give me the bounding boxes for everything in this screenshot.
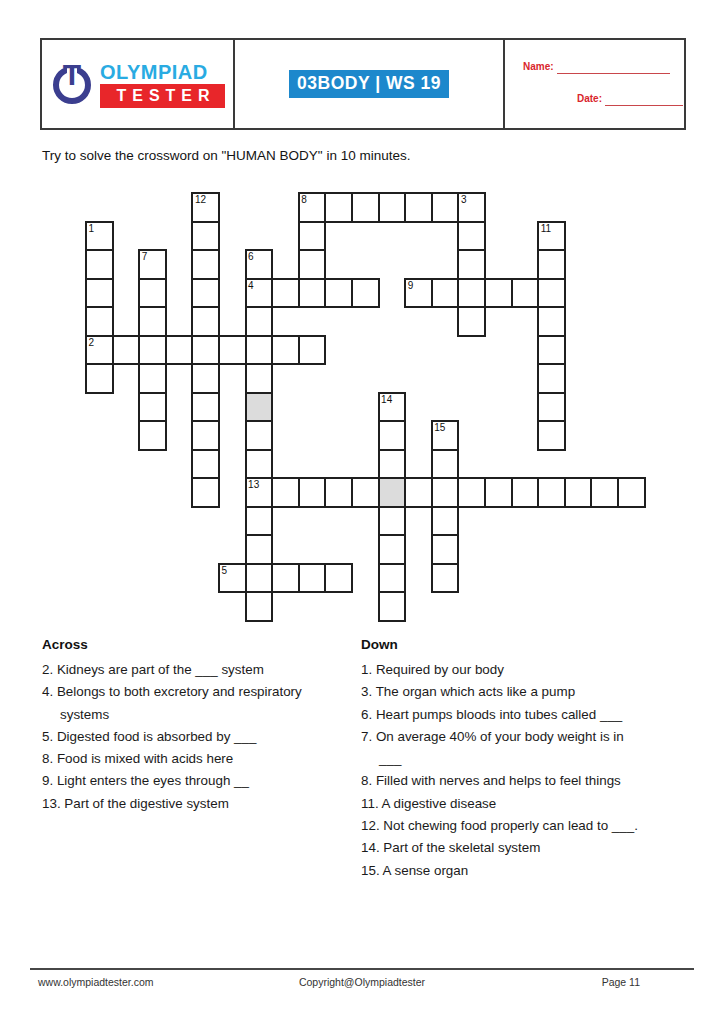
- crossword-cell[interactable]: [537, 477, 566, 508]
- crossword-cell[interactable]: [271, 335, 300, 366]
- clue-number-8: 8: [301, 195, 307, 205]
- brand-name-bottom: TESTER: [100, 84, 225, 108]
- date-input-line[interactable]: [605, 96, 683, 106]
- across-clues: Across 2. Kidneys are part of the ___ sy…: [42, 637, 350, 815]
- clue-across-5: 5. Digested food is absorbed by ___: [42, 726, 350, 748]
- crossword-cell[interactable]: [378, 506, 407, 537]
- crossword-cell[interactable]: [564, 477, 593, 508]
- crossword-cell[interactable]: [590, 477, 619, 508]
- clue-number-3: 3: [461, 195, 467, 205]
- crossword-cell[interactable]: [271, 477, 300, 508]
- crossword-cell[interactable]: [245, 420, 274, 451]
- name-input-line[interactable]: [557, 64, 670, 74]
- clue-down-14: 14. Part of the skeletal system: [361, 837, 703, 859]
- crossword-cell[interactable]: [351, 477, 380, 508]
- crossword-cell[interactable]: [378, 420, 407, 451]
- crossword-cell-shaded[interactable]: [378, 477, 407, 508]
- crossword-cell-shaded[interactable]: [245, 392, 274, 423]
- crossword-cell[interactable]: [378, 534, 407, 565]
- date-field: Date:: [577, 88, 683, 106]
- crossword-cell[interactable]: [324, 278, 353, 309]
- crossword-cell[interactable]: [457, 249, 486, 280]
- title-section: 03BODY | WS 19: [235, 40, 505, 128]
- brand-name-top: OLYMPIAD: [100, 61, 225, 83]
- clue-across-4: 4. Belongs to both excretory and respira…: [42, 681, 350, 726]
- crossword-cell[interactable]: [298, 477, 327, 508]
- crossword-cell[interactable]: [537, 278, 566, 309]
- clue-down-6: 6. Heart pumps bloods into tubes called …: [361, 704, 703, 726]
- clue-down-8: 8. Filled with nerves and helps to feel …: [361, 770, 703, 792]
- crossword-cell[interactable]: [431, 278, 460, 309]
- crossword-cell[interactable]: [138, 306, 167, 337]
- instruction-text: Try to solve the crossword on "HUMAN BOD…: [42, 148, 410, 163]
- footer-divider: [30, 968, 694, 970]
- footer-page-number: Page 11: [602, 976, 640, 988]
- crossword-cell[interactable]: [191, 306, 220, 337]
- clue-down-1: 1. Required by our body: [361, 659, 703, 681]
- crossword-cell[interactable]: [457, 278, 486, 309]
- crossword-cell[interactable]: [218, 335, 247, 366]
- crossword-cell[interactable]: [431, 506, 460, 537]
- crossword-cell[interactable]: [191, 477, 220, 508]
- clue-across-2: 2. Kidneys are part of the ___ system: [42, 659, 350, 681]
- crossword-cell[interactable]: [537, 420, 566, 451]
- crossword-cell[interactable]: [431, 449, 460, 480]
- crossword-cell[interactable]: [271, 278, 300, 309]
- header: T OLYMPIAD TESTER 03BODY | WS 19 Name: D…: [40, 38, 686, 130]
- crossword-cell[interactable]: [324, 477, 353, 508]
- crossword-cell[interactable]: [298, 221, 327, 252]
- clue-across-8: 8. Food is mixed with acids here: [42, 748, 350, 770]
- crossword-cell[interactable]: [191, 420, 220, 451]
- crossword-cell[interactable]: [431, 192, 460, 223]
- crossword-cell[interactable]: [112, 335, 141, 366]
- crossword-cell[interactable]: [138, 363, 167, 394]
- crossword-cell[interactable]: [537, 335, 566, 366]
- crossword-cell[interactable]: [298, 278, 327, 309]
- crossword-cell[interactable]: [191, 335, 220, 366]
- crossword-cell[interactable]: [378, 563, 407, 594]
- clue-across-13: 13. Part of the digestive system: [42, 793, 350, 815]
- clue-number-9: 9: [408, 281, 414, 291]
- crossword-cell[interactable]: [431, 563, 460, 594]
- clue-number-5: 5: [222, 566, 228, 576]
- crossword-cell[interactable]: [245, 563, 274, 594]
- date-label: Date:: [577, 93, 602, 104]
- crossword-cell[interactable]: [245, 363, 274, 394]
- worksheet-title: 03BODY | WS 19: [289, 70, 449, 98]
- across-clues-list: 2. Kidneys are part of the ___ system4. …: [42, 659, 350, 815]
- crossword-cell[interactable]: [537, 363, 566, 394]
- name-label: Name:: [523, 61, 554, 72]
- crossword-cell[interactable]: [457, 477, 486, 508]
- crossword-cell[interactable]: [245, 591, 274, 622]
- crossword-cell[interactable]: [351, 192, 380, 223]
- crossword-cell[interactable]: [617, 477, 646, 508]
- logo: T OLYMPIAD TESTER: [42, 40, 235, 128]
- name-field: Name:: [523, 56, 670, 74]
- crossword-cell[interactable]: [404, 192, 433, 223]
- crossword-cell[interactable]: [484, 278, 513, 309]
- crossword-cell[interactable]: [457, 221, 486, 252]
- crossword-cell[interactable]: [298, 249, 327, 280]
- crossword-cell[interactable]: [537, 306, 566, 337]
- crossword-cell[interactable]: [457, 306, 486, 337]
- worksheet-page: T OLYMPIAD TESTER 03BODY | WS 19 Name: D…: [0, 0, 724, 1024]
- crossword-cell[interactable]: [537, 392, 566, 423]
- clue-number-4: 4: [248, 281, 254, 291]
- clue-number-13: 13: [248, 480, 259, 490]
- clue-number-11: 11: [541, 224, 551, 234]
- crossword-cell[interactable]: [431, 534, 460, 565]
- crossword-cell[interactable]: [191, 278, 220, 309]
- crossword-grid: 1234567891112131415: [85, 192, 647, 622]
- crossword-cell[interactable]: [245, 306, 274, 337]
- crossword-cell[interactable]: [431, 477, 460, 508]
- crossword-cell[interactable]: [85, 363, 114, 394]
- crossword-cell[interactable]: [85, 249, 114, 280]
- crossword-cell[interactable]: [191, 221, 220, 252]
- clue-number-2: 2: [89, 338, 95, 348]
- clue-down-7: 7. On average 40% of your body weight is…: [361, 726, 703, 771]
- crossword-cell[interactable]: [404, 477, 433, 508]
- clue-down-11: 11. A digestive disease: [361, 793, 703, 815]
- clue-down-12: 12. Not chewing food properly can lead t…: [361, 815, 703, 837]
- crossword-cell[interactable]: [537, 249, 566, 280]
- crossword-cell[interactable]: [191, 363, 220, 394]
- clue-number-15: 15: [434, 423, 445, 433]
- clue-number-12: 12: [195, 195, 206, 205]
- crossword-cell[interactable]: [298, 335, 327, 366]
- clue-down-3: 3. The organ which acts like a pump: [361, 681, 703, 703]
- crossword-cell[interactable]: [191, 249, 220, 280]
- down-clues-list: 1. Required by our body3. The organ whic…: [361, 659, 703, 882]
- across-heading: Across: [42, 637, 350, 652]
- crossword-cell[interactable]: [138, 278, 167, 309]
- crossword-cell[interactable]: [351, 278, 380, 309]
- crossword-cell[interactable]: [484, 477, 513, 508]
- clue-number-7: 7: [142, 252, 148, 262]
- down-heading: Down: [361, 637, 703, 652]
- crossword-cell[interactable]: [138, 420, 167, 451]
- crossword-cell[interactable]: [298, 563, 327, 594]
- clue-down-15: 15. A sense organ: [361, 860, 703, 882]
- crossword-cell[interactable]: [138, 392, 167, 423]
- crossword-cell[interactable]: [85, 278, 114, 309]
- brand-text: OLYMPIAD TESTER: [100, 61, 225, 108]
- crossword-cell[interactable]: [138, 335, 167, 366]
- crossword-cell[interactable]: [324, 192, 353, 223]
- power-t-icon: T: [53, 64, 95, 106]
- clue-number-6: 6: [248, 252, 254, 262]
- name-date-section: Name: Date:: [505, 40, 684, 128]
- crossword-cell[interactable]: [245, 534, 274, 565]
- crossword-cell[interactable]: [165, 335, 194, 366]
- clue-across-9: 9. Light enters the eyes through __: [42, 770, 350, 792]
- clue-number-14: 14: [381, 395, 392, 405]
- down-clues: Down 1. Required by our body3. The organ…: [361, 637, 703, 882]
- crossword-cell[interactable]: [378, 192, 407, 223]
- crossword-cell[interactable]: [511, 477, 540, 508]
- crossword-cell[interactable]: [378, 449, 407, 480]
- crossword-cell[interactable]: [191, 449, 220, 480]
- clue-number-1: 1: [89, 224, 95, 234]
- logo-t-glyph: T: [53, 60, 91, 90]
- crossword-cell[interactable]: [271, 563, 300, 594]
- crossword-cell[interactable]: [324, 563, 353, 594]
- crossword-cell[interactable]: [245, 335, 274, 366]
- crossword-cell[interactable]: [191, 392, 220, 423]
- crossword-cell[interactable]: [378, 591, 407, 622]
- crossword-cell[interactable]: [245, 506, 274, 537]
- crossword-cell[interactable]: [511, 278, 540, 309]
- crossword-cell[interactable]: [245, 449, 274, 480]
- crossword-cell[interactable]: [85, 306, 114, 337]
